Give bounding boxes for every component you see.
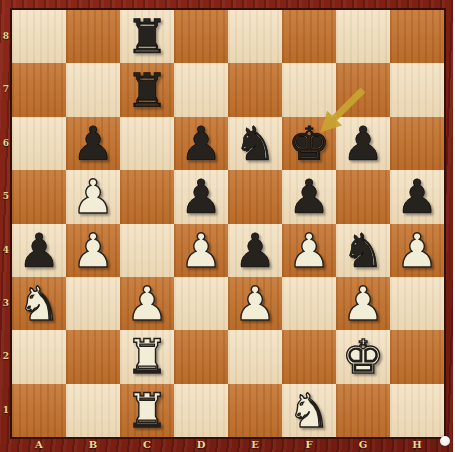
file-label-f: F — [282, 438, 336, 452]
square-c6[interactable] — [120, 117, 174, 170]
rank-label-5: 5 — [0, 170, 12, 223]
piece-white-pawn-g3[interactable]: ♟ — [342, 280, 384, 327]
piece-white-pawn-d4[interactable]: ♟ — [180, 227, 222, 274]
piece-black-pawn-f5[interactable]: ♟ — [288, 173, 330, 220]
square-g5[interactable] — [336, 170, 390, 223]
rank-label-6: 6 — [0, 117, 12, 170]
square-c7[interactable]: ♜ — [120, 63, 174, 116]
square-e6[interactable]: ♞ — [228, 117, 282, 170]
square-e1[interactable] — [228, 384, 282, 437]
square-b6[interactable]: ♟ — [66, 117, 120, 170]
square-b5[interactable]: ♟ — [66, 170, 120, 223]
square-f4[interactable]: ♟ — [282, 224, 336, 277]
square-b7[interactable] — [66, 63, 120, 116]
square-a3[interactable]: ♞ — [12, 277, 66, 330]
piece-white-knight-f1[interactable]: ♞ — [288, 387, 330, 434]
square-e8[interactable] — [228, 10, 282, 63]
square-a4[interactable]: ♟ — [12, 224, 66, 277]
square-f3[interactable] — [282, 277, 336, 330]
piece-white-rook-c1[interactable]: ♜ — [126, 387, 168, 434]
square-d6[interactable]: ♟ — [174, 117, 228, 170]
square-g3[interactable]: ♟ — [336, 277, 390, 330]
square-g1[interactable] — [336, 384, 390, 437]
square-h6[interactable] — [390, 117, 444, 170]
square-e3[interactable]: ♟ — [228, 277, 282, 330]
piece-black-knight-g4[interactable]: ♞ — [342, 227, 384, 274]
square-h1[interactable] — [390, 384, 444, 437]
piece-black-pawn-a4[interactable]: ♟ — [18, 227, 60, 274]
white-to-move-indicator — [440, 436, 450, 446]
piece-black-pawn-d5[interactable]: ♟ — [180, 173, 222, 220]
piece-white-knight-a3[interactable]: ♞ — [18, 280, 60, 327]
piece-black-rook-c8[interactable]: ♜ — [126, 13, 168, 60]
piece-black-pawn-d6[interactable]: ♟ — [180, 120, 222, 167]
file-label-d: D — [174, 438, 228, 452]
square-d7[interactable] — [174, 63, 228, 116]
square-g2[interactable]: ♚ — [336, 330, 390, 383]
square-d4[interactable]: ♟ — [174, 224, 228, 277]
board-frame: ♜♜♟♟♞♚♟♟♟♟♟♟♟♟♟♟♞♟♞♟♟♟♜♚♜♞ 87654321 ABCD… — [0, 0, 453, 452]
square-h2[interactable] — [390, 330, 444, 383]
rank-label-1: 1 — [0, 384, 12, 437]
piece-black-pawn-g6[interactable]: ♟ — [342, 120, 384, 167]
piece-white-pawn-b4[interactable]: ♟ — [72, 227, 114, 274]
square-b2[interactable] — [66, 330, 120, 383]
rank-label-4: 4 — [0, 224, 12, 277]
square-c5[interactable] — [120, 170, 174, 223]
chess-board: ♜♜♟♟♞♚♟♟♟♟♟♟♟♟♟♟♞♟♞♟♟♟♜♚♜♞ — [12, 10, 444, 437]
piece-white-pawn-b5[interactable]: ♟ — [72, 173, 114, 220]
file-label-e: E — [228, 438, 282, 452]
piece-white-rook-c2[interactable]: ♜ — [126, 333, 168, 380]
square-h3[interactable] — [390, 277, 444, 330]
square-a5[interactable] — [12, 170, 66, 223]
piece-white-pawn-f4[interactable]: ♟ — [288, 227, 330, 274]
piece-white-pawn-h4[interactable]: ♟ — [396, 227, 438, 274]
square-e2[interactable] — [228, 330, 282, 383]
square-g8[interactable] — [336, 10, 390, 63]
square-g7[interactable] — [336, 63, 390, 116]
square-c4[interactable] — [120, 224, 174, 277]
square-f6[interactable]: ♚ — [282, 117, 336, 170]
file-label-h: H — [390, 438, 444, 452]
rank-label-7: 7 — [0, 63, 12, 116]
square-c3[interactable]: ♟ — [120, 277, 174, 330]
square-h7[interactable] — [390, 63, 444, 116]
square-e4[interactable]: ♟ — [228, 224, 282, 277]
square-d8[interactable] — [174, 10, 228, 63]
square-c8[interactable]: ♜ — [120, 10, 174, 63]
piece-white-king-g2[interactable]: ♚ — [342, 333, 384, 380]
square-h4[interactable]: ♟ — [390, 224, 444, 277]
square-h8[interactable] — [390, 10, 444, 63]
square-b8[interactable] — [66, 10, 120, 63]
square-e7[interactable] — [228, 63, 282, 116]
square-f2[interactable] — [282, 330, 336, 383]
file-label-b: B — [66, 438, 120, 452]
square-e5[interactable] — [228, 170, 282, 223]
chess-app-window: ♜♜♟♟♞♚♟♟♟♟♟♟♟♟♟♟♞♟♞♟♟♟♜♚♜♞ 87654321 ABCD… — [0, 0, 455, 452]
piece-white-pawn-c3[interactable]: ♟ — [126, 280, 168, 327]
square-h5[interactable]: ♟ — [390, 170, 444, 223]
square-a6[interactable] — [12, 117, 66, 170]
square-f5[interactable]: ♟ — [282, 170, 336, 223]
square-b3[interactable] — [66, 277, 120, 330]
square-d1[interactable] — [174, 384, 228, 437]
piece-black-king-f6[interactable]: ♚ — [288, 120, 330, 167]
square-a1[interactable] — [12, 384, 66, 437]
square-f7[interactable] — [282, 63, 336, 116]
square-c2[interactable]: ♜ — [120, 330, 174, 383]
piece-black-pawn-b6[interactable]: ♟ — [72, 120, 114, 167]
square-c1[interactable]: ♜ — [120, 384, 174, 437]
square-b1[interactable] — [66, 384, 120, 437]
square-b4[interactable]: ♟ — [66, 224, 120, 277]
piece-black-rook-c7[interactable]: ♜ — [126, 67, 168, 114]
piece-white-pawn-e3[interactable]: ♟ — [234, 280, 276, 327]
file-label-c: C — [120, 438, 174, 452]
square-f8[interactable] — [282, 10, 336, 63]
square-d2[interactable] — [174, 330, 228, 383]
square-d3[interactable] — [174, 277, 228, 330]
rank-label-2: 2 — [0, 330, 12, 383]
square-a8[interactable] — [12, 10, 66, 63]
piece-black-pawn-e4[interactable]: ♟ — [234, 227, 276, 274]
rank-label-3: 3 — [0, 277, 12, 330]
square-a2[interactable] — [12, 330, 66, 383]
square-d5[interactable]: ♟ — [174, 170, 228, 223]
piece-black-knight-e6[interactable]: ♞ — [234, 120, 276, 167]
rank-label-8: 8 — [0, 10, 12, 63]
file-label-a: A — [12, 438, 66, 452]
piece-black-pawn-h5[interactable]: ♟ — [396, 173, 438, 220]
square-f1[interactable]: ♞ — [282, 384, 336, 437]
square-a7[interactable] — [12, 63, 66, 116]
square-g6[interactable]: ♟ — [336, 117, 390, 170]
square-g4[interactable]: ♞ — [336, 224, 390, 277]
file-label-g: G — [336, 438, 390, 452]
